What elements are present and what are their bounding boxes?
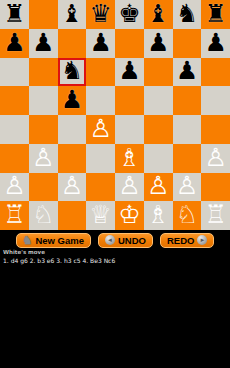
piece-white-pawn: ♙ [32,145,54,170]
square-g5[interactable] [173,86,202,115]
square-d6[interactable] [86,58,115,87]
square-f5[interactable] [144,86,173,115]
square-g3[interactable] [173,144,202,173]
square-e6[interactable]: ♟ [115,58,144,87]
piece-white-knight: ♘ [176,202,198,227]
square-c1[interactable] [58,201,87,230]
piece-black-rook: ♜ [3,1,25,26]
redo-button-label: REDO [167,235,194,246]
square-a5[interactable] [0,86,29,115]
square-h5[interactable] [201,86,230,115]
square-h4[interactable] [201,115,230,144]
square-h3[interactable]: ♙ [201,144,230,173]
piece-black-pawn: ♟ [61,87,83,112]
piece-white-rook: ♖ [204,202,226,227]
square-f7[interactable]: ♟ [144,29,173,58]
square-d3[interactable] [86,144,115,173]
square-c6[interactable]: ♞ [58,58,87,87]
square-e2[interactable]: ♙ [115,173,144,202]
square-g6[interactable]: ♟ [173,58,202,87]
square-f1[interactable]: ♗ [144,201,173,230]
square-f6[interactable] [144,58,173,87]
square-a6[interactable] [0,58,29,87]
piece-black-pawn: ♟ [176,58,198,83]
square-e8[interactable]: ♚ [115,0,144,29]
piece-white-pawn: ♙ [3,173,25,198]
square-d1[interactable]: ♕ [86,201,115,230]
square-a2[interactable]: ♙ [0,173,29,202]
piece-white-knight: ♘ [32,202,54,227]
piece-white-bishop: ♗ [118,145,140,170]
square-b6[interactable] [29,58,58,87]
piece-white-pawn: ♙ [118,173,140,198]
square-e5[interactable] [115,86,144,115]
square-a3[interactable] [0,144,29,173]
redo-button[interactable]: REDO ► [160,233,214,248]
piece-black-king: ♚ [118,1,140,26]
square-h8[interactable]: ♜ [201,0,230,29]
square-h7[interactable]: ♟ [201,29,230,58]
status-area: White's move 1. d4 g6 2. b3 e6 3. h3 c5 … [3,249,227,265]
chess-board: ♜♝♛♚♝♞♜♟♟♟♟♟♞♟♟♟♙♙♗♙♙♙♙♙♙♖♘♕♔♗♘♖ [0,0,230,230]
arrow-left-circle-icon: ◄ [105,235,115,245]
piece-white-king: ♔ [118,202,140,227]
square-c7[interactable] [58,29,87,58]
square-e3[interactable]: ♗ [115,144,144,173]
square-h1[interactable]: ♖ [201,201,230,230]
square-g2[interactable]: ♙ [173,173,202,202]
square-g1[interactable]: ♘ [173,201,202,230]
piece-black-bishop: ♝ [61,1,83,26]
square-b7[interactable]: ♟ [29,29,58,58]
piece-white-queen: ♕ [89,202,111,227]
piece-white-pawn: ♙ [89,116,111,141]
arrow-right-circle-icon: ► [197,235,207,245]
square-c2[interactable]: ♙ [58,173,87,202]
square-b8[interactable] [29,0,58,29]
undo-button-label: UNDO [118,235,146,246]
square-b2[interactable] [29,173,58,202]
piece-black-rook: ♜ [204,1,226,26]
square-e4[interactable] [115,115,144,144]
square-d2[interactable] [86,173,115,202]
piece-black-bishop: ♝ [147,1,169,26]
square-f4[interactable] [144,115,173,144]
square-a7[interactable]: ♟ [0,29,29,58]
square-b1[interactable]: ♘ [29,201,58,230]
square-f8[interactable]: ♝ [144,0,173,29]
square-e7[interactable] [115,29,144,58]
square-c8[interactable]: ♝ [58,0,87,29]
piece-black-pawn: ♟ [204,30,226,55]
square-d7[interactable]: ♟ [86,29,115,58]
undo-button[interactable]: ◄ UNDO [98,233,153,248]
square-h2[interactable] [201,173,230,202]
square-b4[interactable] [29,115,58,144]
piece-black-queen: ♛ [89,1,111,26]
square-g8[interactable]: ♞ [173,0,202,29]
knight-icon: ♞ [23,235,33,246]
square-f2[interactable]: ♙ [144,173,173,202]
square-a8[interactable]: ♜ [0,0,29,29]
piece-black-pawn: ♟ [3,30,25,55]
piece-black-pawn: ♟ [32,30,54,55]
piece-black-pawn: ♟ [89,30,111,55]
piece-white-pawn: ♙ [147,173,169,198]
piece-black-knight: ♞ [176,1,198,26]
move-list: 1. d4 g6 2. b3 e6 3. h3 c5 4. Be3 Nc6 [3,257,227,265]
piece-white-bishop: ♗ [147,202,169,227]
square-c3[interactable] [58,144,87,173]
piece-black-pawn: ♟ [147,30,169,55]
square-b3[interactable]: ♙ [29,144,58,173]
square-f3[interactable] [144,144,173,173]
square-g7[interactable] [173,29,202,58]
square-c4[interactable] [58,115,87,144]
piece-black-knight: ♞ [61,58,83,83]
square-d4[interactable]: ♙ [86,115,115,144]
square-d8[interactable]: ♛ [86,0,115,29]
square-b5[interactable] [29,86,58,115]
square-h6[interactable] [201,58,230,87]
square-c5[interactable]: ♟ [58,86,87,115]
new-game-button[interactable]: ♞ New Game [16,233,91,248]
piece-white-pawn: ♙ [61,173,83,198]
square-a1[interactable]: ♖ [0,201,29,230]
piece-white-rook: ♖ [3,202,25,227]
square-g4[interactable] [173,115,202,144]
square-e1[interactable]: ♔ [115,201,144,230]
piece-white-pawn: ♙ [204,145,226,170]
turn-indicator: White's move [3,249,227,257]
piece-white-pawn: ♙ [176,173,198,198]
button-bar: ♞ New Game ◄ UNDO REDO ► [0,230,230,250]
square-d5[interactable] [86,86,115,115]
new-game-button-label: New Game [35,235,84,246]
square-a4[interactable] [0,115,29,144]
piece-black-pawn: ♟ [118,58,140,83]
